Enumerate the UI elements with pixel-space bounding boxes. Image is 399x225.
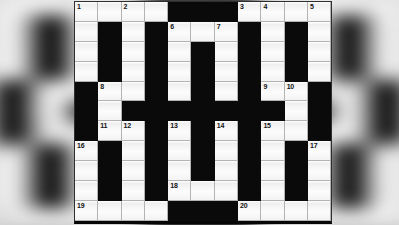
bg-black-cell-r4c0 [0, 79, 32, 100]
bg-white-cell-r4c9: 10 [330, 79, 367, 100]
bg-clue-number-8: 8 [35, 80, 41, 88]
white-cell-r10c7[interactable]: 20 [238, 201, 261, 221]
black-cell-r7c3 [145, 141, 168, 161]
white-cell-r9c0[interactable] [75, 181, 98, 201]
bg-white-cell-r1c10 [367, 15, 399, 36]
black-cell-r5c10 [308, 101, 331, 121]
black-cell-r6c5 [191, 121, 214, 141]
bg-black-cell-r1c1 [32, 15, 69, 36]
black-cell-r9c7 [238, 181, 261, 201]
bg-white-cell-r9c10 [367, 187, 399, 208]
white-cell-r4c6[interactable] [215, 82, 238, 102]
black-cell-r8c7 [238, 161, 261, 181]
black-cell-r1c3 [145, 22, 168, 42]
black-cell-r3c7 [238, 62, 261, 82]
black-cell-r2c3 [145, 42, 168, 62]
white-cell-r2c8[interactable] [261, 42, 284, 62]
bg-clue-number-16: 16 [0, 145, 10, 153]
white-cell-r10c2[interactable] [122, 201, 145, 221]
clue-number-20: 20 [240, 202, 247, 209]
bg-black-cell-r6c10 [367, 122, 399, 143]
white-cell-r6c6[interactable]: 14 [215, 121, 238, 141]
white-cell-r1c8[interactable] [261, 22, 284, 42]
black-cell-r8c5 [191, 161, 214, 181]
bg-white-cell-r6c1: 11 [32, 122, 69, 143]
black-cell-r8c9 [285, 161, 308, 181]
bg-black-cell-r7c9 [330, 144, 367, 165]
bg-white-cell-r0c9 [330, 0, 367, 15]
black-cell-r7c7 [238, 141, 261, 161]
clue-number-2: 2 [124, 3, 128, 10]
white-cell-r4c4[interactable] [168, 82, 191, 102]
white-cell-r0c10[interactable]: 5 [308, 2, 331, 22]
clue-number-15: 15 [263, 122, 270, 129]
black-cell-r2c7 [238, 42, 261, 62]
black-cell-r7c9 [285, 141, 308, 161]
black-cell-r8c1 [98, 161, 121, 181]
bg-white-cell-r7c0: 16 [0, 144, 32, 165]
white-cell-r6c2[interactable]: 12 [122, 121, 145, 141]
white-cell-r2c4[interactable] [168, 42, 191, 62]
white-cell-r2c0[interactable] [75, 42, 98, 62]
black-cell-r9c1 [98, 181, 121, 201]
bg-black-cell-r8c1 [32, 165, 69, 186]
white-cell-r3c8[interactable] [261, 62, 284, 82]
white-cell-r10c3[interactable] [145, 201, 168, 221]
white-cell-r6c8[interactable]: 15 [261, 121, 284, 141]
clue-number-19: 19 [77, 202, 84, 209]
bg-white-cell-r1c0 [0, 15, 32, 36]
black-cell-r2c5 [191, 42, 214, 62]
white-cell-r0c9[interactable] [285, 2, 308, 22]
bg-clue-number-19: 19 [0, 209, 10, 217]
white-cell-r8c0[interactable] [75, 161, 98, 181]
bg-white-cell-r8c0 [0, 165, 32, 186]
white-cell-r5c1[interactable] [98, 101, 121, 121]
white-cell-r7c2[interactable] [122, 141, 145, 161]
white-cell-r5c9[interactable] [285, 101, 308, 121]
black-cell-r2c1 [98, 42, 121, 62]
bg-white-cell-r10c0: 19 [0, 208, 32, 225]
black-cell-r4c5 [191, 82, 214, 102]
bg-white-cell-r0c0: 1 [0, 0, 32, 15]
bg-white-cell-r5c9 [330, 101, 367, 122]
clue-number-18: 18 [170, 182, 177, 189]
black-cell-r3c5 [191, 62, 214, 82]
white-cell-r7c10[interactable]: 17 [308, 141, 331, 161]
white-cell-r3c10[interactable] [308, 62, 331, 82]
black-cell-r5c8 [261, 101, 284, 121]
white-cell-r7c4[interactable] [168, 141, 191, 161]
white-cell-r9c5[interactable] [191, 181, 214, 201]
bg-white-cell-r10c9 [330, 208, 367, 225]
black-cell-r10c5 [191, 201, 214, 221]
white-cell-r9c4[interactable]: 18 [168, 181, 191, 201]
white-cell-r1c4[interactable]: 6 [168, 22, 191, 42]
black-cell-r1c1 [98, 22, 121, 42]
black-cell-r3c1 [98, 62, 121, 82]
black-cell-r6c7 [238, 121, 261, 141]
white-cell-r3c0[interactable] [75, 62, 98, 82]
white-cell-r10c0[interactable]: 19 [75, 201, 98, 221]
clue-number-1: 1 [77, 3, 81, 10]
white-cell-r1c2[interactable] [122, 22, 145, 42]
white-cell-r9c2[interactable] [122, 181, 145, 201]
bg-white-cell-r6c9 [330, 122, 367, 143]
clue-number-17: 17 [310, 142, 317, 149]
white-cell-r0c3[interactable] [145, 2, 168, 22]
black-cell-r4c7 [238, 82, 261, 102]
bg-clue-number-17: 17 [370, 145, 382, 153]
bg-black-cell-r3c1 [32, 58, 69, 79]
thumbnail-stage: 1234567891011121314151617181920 12345678… [0, 0, 399, 225]
black-cell-r4c3 [145, 82, 168, 102]
black-cell-r2c9 [285, 42, 308, 62]
crossword-grid: 1234567891011121314151617181920 [74, 1, 332, 224]
black-cell-r5c7 [238, 101, 261, 121]
bg-white-cell-r4c1: 8 [32, 79, 69, 100]
black-cell-r5c3 [145, 101, 168, 121]
black-cell-r3c3 [145, 62, 168, 82]
clue-number-13: 13 [170, 122, 177, 129]
white-cell-r1c6[interactable]: 7 [215, 22, 238, 42]
bg-black-cell-r5c10 [367, 101, 399, 122]
white-cell-r10c10[interactable] [308, 201, 331, 221]
black-cell-r4c0 [75, 82, 98, 102]
bg-black-cell-r8c9 [330, 165, 367, 186]
bg-white-cell-r10c10 [367, 208, 399, 225]
white-cell-r0c2[interactable]: 2 [122, 2, 145, 22]
white-cell-r8c6[interactable] [215, 161, 238, 181]
white-cell-r0c1[interactable] [98, 2, 121, 22]
bg-black-cell-r1c9 [330, 15, 367, 36]
crossword-board-wrap: 1234567891011121314151617181920 [74, 1, 332, 224]
white-cell-r10c9[interactable] [285, 201, 308, 221]
white-cell-r7c0[interactable]: 16 [75, 141, 98, 161]
white-cell-r7c8[interactable] [261, 141, 284, 161]
white-cell-r2c10[interactable] [308, 42, 331, 62]
black-cell-r0c5 [191, 2, 214, 22]
white-cell-r3c2[interactable] [122, 62, 145, 82]
white-cell-r1c5[interactable] [191, 22, 214, 42]
black-cell-r3c9 [285, 62, 308, 82]
white-cell-r7c6[interactable] [215, 141, 238, 161]
bg-white-cell-r9c0 [0, 187, 32, 208]
black-cell-r8c3 [145, 161, 168, 181]
white-cell-r10c8[interactable] [261, 201, 284, 221]
bg-clue-number-10: 10 [333, 80, 345, 88]
black-cell-r6c0 [75, 121, 98, 141]
white-cell-r4c8[interactable]: 9 [261, 82, 284, 102]
clue-number-11: 11 [100, 122, 107, 129]
white-cell-r1c10[interactable] [308, 22, 331, 42]
black-cell-r1c7 [238, 22, 261, 42]
black-cell-r6c10 [308, 121, 331, 141]
bg-clue-number-5: 5 [370, 0, 376, 2]
black-cell-r9c9 [285, 181, 308, 201]
white-cell-r0c7[interactable]: 3 [238, 2, 261, 22]
bg-white-cell-r7c10: 17 [367, 144, 399, 165]
clue-number-14: 14 [217, 122, 224, 129]
black-cell-r5c6 [215, 101, 238, 121]
white-cell-r6c9[interactable] [285, 121, 308, 141]
clue-number-6: 6 [170, 23, 174, 30]
white-cell-r3c6[interactable] [215, 62, 238, 82]
black-cell-r5c2 [122, 101, 145, 121]
bg-clue-number-11: 11 [35, 123, 46, 131]
clue-number-16: 16 [77, 142, 84, 149]
clue-number-5: 5 [310, 3, 314, 10]
clue-number-9: 9 [263, 83, 267, 90]
bg-black-cell-r4c10 [367, 79, 399, 100]
white-cell-r8c10[interactable] [308, 161, 331, 181]
bg-black-cell-r5c0 [0, 101, 32, 122]
bg-black-cell-r9c9 [330, 187, 367, 208]
white-cell-r9c10[interactable] [308, 181, 331, 201]
black-cell-r7c1 [98, 141, 121, 161]
white-cell-r9c8[interactable] [261, 181, 284, 201]
black-cell-r0c6 [215, 2, 238, 22]
white-cell-r6c4[interactable]: 13 [168, 121, 191, 141]
bg-white-cell-r0c1 [32, 0, 69, 15]
bg-clue-number-1: 1 [0, 0, 4, 2]
black-cell-r0c4 [168, 2, 191, 22]
black-cell-r5c0 [75, 101, 98, 121]
black-cell-r7c5 [191, 141, 214, 161]
white-cell-r8c2[interactable] [122, 161, 145, 181]
white-cell-r4c9[interactable]: 10 [285, 82, 308, 102]
bg-black-cell-r2c9 [330, 36, 367, 57]
bg-white-cell-r8c10 [367, 165, 399, 186]
white-cell-r4c1[interactable]: 8 [98, 82, 121, 102]
white-cell-r8c4[interactable] [168, 161, 191, 181]
bg-black-cell-r3c9 [330, 58, 367, 79]
black-cell-r5c4 [168, 101, 191, 121]
bg-black-cell-r2c1 [32, 36, 69, 57]
black-cell-r9c3 [145, 181, 168, 201]
white-cell-r2c6[interactable] [215, 42, 238, 62]
clue-number-4: 4 [263, 3, 267, 10]
clue-number-8: 8 [100, 83, 104, 90]
bg-black-cell-r6c0 [0, 122, 32, 143]
white-cell-r4c2[interactable] [122, 82, 145, 102]
bg-white-cell-r3c0 [0, 58, 32, 79]
bg-white-cell-r2c0 [0, 36, 32, 57]
bg-white-cell-r5c1 [32, 101, 69, 122]
clue-number-10: 10 [287, 83, 294, 90]
black-cell-r10c4 [168, 201, 191, 221]
white-cell-r6c1[interactable]: 11 [98, 121, 121, 141]
black-cell-r5c5 [191, 101, 214, 121]
black-cell-r6c3 [145, 121, 168, 141]
bg-black-cell-r9c1 [32, 187, 69, 208]
bg-white-cell-r3c10 [367, 58, 399, 79]
clue-number-3: 3 [240, 3, 244, 10]
white-cell-r0c8[interactable]: 4 [261, 2, 284, 22]
clue-number-12: 12 [124, 122, 131, 129]
bg-white-cell-r2c10 [367, 36, 399, 57]
bg-black-cell-r7c1 [32, 144, 69, 165]
clue-number-7: 7 [217, 23, 221, 30]
white-cell-r3c4[interactable] [168, 62, 191, 82]
white-cell-r0c0[interactable]: 1 [75, 2, 98, 22]
black-cell-r10c6 [215, 201, 238, 221]
bg-white-cell-r0c10: 5 [367, 0, 399, 15]
bg-white-cell-r10c1 [32, 208, 69, 225]
white-cell-r8c8[interactable] [261, 161, 284, 181]
white-cell-r10c1[interactable] [98, 201, 121, 221]
black-cell-r1c9 [285, 22, 308, 42]
white-cell-r2c2[interactable] [122, 42, 145, 62]
white-cell-r9c6[interactable] [215, 181, 238, 201]
black-cell-r4c10 [308, 82, 331, 102]
white-cell-r1c0[interactable] [75, 22, 98, 42]
